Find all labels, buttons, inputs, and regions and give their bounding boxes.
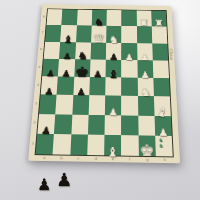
- black-bishop-e5[interactable]: ♝: [108, 68, 120, 79]
- square-b1[interactable]: [53, 134, 71, 155]
- square-h5[interactable]: [153, 60, 169, 78]
- black-knight-c6[interactable]: ♞: [77, 51, 88, 61]
- rank-label-7: 7: [41, 31, 44, 35]
- square-a8[interactable]: [47, 9, 63, 25]
- square-b8[interactable]: [61, 9, 77, 25]
- captured-black-pawn[interactable]: ♟: [56, 171, 72, 189]
- white-knight-e7[interactable]: ♞: [109, 34, 119, 44]
- rank-label-3: 3: [35, 101, 38, 105]
- square-d1[interactable]: [87, 134, 105, 155]
- black-bishop-b7[interactable]: ♝: [62, 33, 74, 44]
- white-queen-d7[interactable]: ♛: [92, 32, 105, 44]
- square-f1[interactable]: [121, 135, 138, 156]
- black-pawn-b6[interactable]: ♟: [62, 52, 71, 61]
- square-b3[interactable]: [55, 95, 72, 114]
- black-pawn-a2[interactable]: ♟: [41, 125, 51, 135]
- square-h4[interactable]: [153, 78, 170, 97]
- white-pawn-g5[interactable]: ♟: [141, 70, 150, 79]
- square-a1[interactable]: [36, 134, 55, 155]
- rank-label-1: 1: [31, 141, 34, 146]
- square-c3[interactable]: [72, 95, 89, 114]
- black-pawn-a4[interactable]: ♟: [44, 87, 54, 96]
- file-label-f: f: [129, 157, 130, 162]
- square-c2[interactable]: [71, 114, 88, 134]
- white-bishop-e1[interactable]: ♝: [106, 145, 119, 158]
- square-c8[interactable]: [76, 10, 92, 26]
- white-rook-g8[interactable]: ♜: [139, 19, 149, 29]
- file-label-h: h: [163, 157, 166, 162]
- white-bishop-h3[interactable]: ♝: [155, 104, 169, 119]
- square-f5[interactable]: [121, 60, 137, 78]
- square-a3[interactable]: [39, 95, 57, 114]
- board-logo-knight-stamp: ♞♞: [158, 137, 164, 148]
- white-rook-h8[interactable]: ♜: [154, 19, 164, 29]
- square-a6[interactable]: [44, 41, 61, 58]
- chess-board: ♞♜♜♝♛♞♟♞♟♟♟♟♟♚♟♝♟♟♟♞♟♝♟♟♝♚♞♞ abcdefgh 87…: [28, 4, 180, 163]
- black-knight-d8[interactable]: ♞: [94, 18, 104, 28]
- white-king-g1[interactable]: ♚: [139, 143, 154, 159]
- file-label-d: d: [95, 156, 98, 161]
- black-pawn-b5[interactable]: ♟: [61, 69, 71, 78]
- captured-black-pawn[interactable]: ♟: [37, 177, 51, 193]
- rank-label-5: 5: [38, 65, 41, 69]
- board-vinyl-mat: ♞♜♜♝♛♞♟♞♟♟♟♟♟♚♟♝♟♟♟♞♟♝♟♟♝♚♞♞ abcdefgh 87…: [28, 4, 180, 163]
- square-e2[interactable]: [104, 115, 121, 135]
- square-d3[interactable]: [88, 95, 105, 114]
- square-e8[interactable]: [106, 10, 121, 26]
- square-f4[interactable]: [121, 77, 137, 96]
- square-a7[interactable]: [45, 25, 61, 42]
- rank-label-4: 4: [37, 83, 40, 87]
- rank-coordinates: 87654321: [42, 4, 171, 6]
- square-h6[interactable]: [152, 43, 168, 60]
- square-d2[interactable]: [88, 114, 105, 134]
- file-label-b: b: [60, 156, 63, 161]
- white-knight-g4[interactable]: ♞: [140, 87, 151, 98]
- square-c1[interactable]: [70, 134, 88, 155]
- black-pawn-e6[interactable]: ♟: [109, 53, 118, 62]
- square-d4[interactable]: [89, 77, 105, 96]
- file-label-a: a: [43, 155, 46, 160]
- black-king-c5[interactable]: ♚: [75, 66, 90, 80]
- board-brand-text: Chess: [168, 48, 174, 53]
- file-label-c: c: [77, 156, 79, 161]
- square-f8[interactable]: [121, 10, 136, 26]
- square-c7[interactable]: [76, 25, 92, 42]
- square-g2[interactable]: [138, 115, 155, 135]
- black-pawn-d5[interactable]: ♟: [93, 70, 102, 79]
- square-b4[interactable]: [57, 76, 74, 95]
- black-pawn-c4[interactable]: ♟: [76, 88, 86, 97]
- rank-label-2: 2: [33, 120, 36, 124]
- white-pawn-h2[interactable]: ♟: [158, 127, 168, 137]
- white-pawn-f6[interactable]: ♟: [125, 53, 134, 62]
- white-pawn-g6[interactable]: ♟: [140, 53, 149, 62]
- rank-label-8: 8: [43, 15, 46, 19]
- photo-scene: ♞♜♜♝♛♞♟♞♟♟♟♟♟♚♟♝♟♟♟♞♟♝♟♟♝♚♞♞ abcdefgh 87…: [0, 0, 200, 200]
- white-pawn-e3[interactable]: ♟: [108, 107, 117, 117]
- file-coordinates: abcdefgh: [42, 4, 171, 6]
- rank-label-6: 6: [40, 47, 43, 51]
- square-f7[interactable]: [121, 26, 136, 43]
- square-f2[interactable]: [121, 115, 138, 135]
- square-b2[interactable]: [54, 114, 72, 134]
- board-squares: ♞♜♜♝♛♞♟♞♟♟♟♟♟♚♟♝♟♟♟♞♟♝♟♟♝♚♞♞: [36, 9, 173, 156]
- square-f3[interactable]: [121, 96, 137, 115]
- black-pawn-a5[interactable]: ♟: [45, 69, 55, 78]
